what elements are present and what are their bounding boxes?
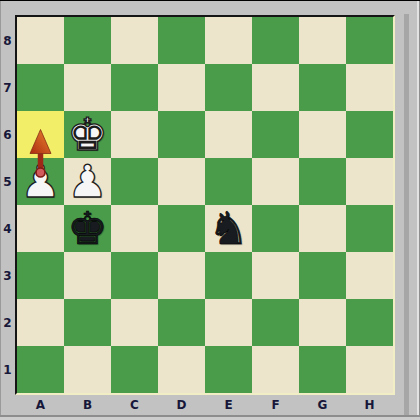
black-king[interactable]: ♚: [67, 205, 107, 252]
square-g4[interactable]: [299, 205, 346, 252]
rank-label-4: 4: [0, 205, 15, 252]
square-b4[interactable]: ♚: [64, 205, 111, 252]
square-d6[interactable]: [158, 111, 205, 158]
square-e4[interactable]: ♞: [205, 205, 252, 252]
chess-diagram: 87654321 ABCDEFGH ♚♟♟♚♞: [0, 0, 420, 420]
square-a1[interactable]: [17, 346, 64, 393]
rank-label-6: 6: [0, 111, 15, 158]
square-f1[interactable]: [252, 346, 299, 393]
file-label-e: E: [205, 395, 252, 415]
square-f6[interactable]: [252, 111, 299, 158]
square-e8[interactable]: [205, 17, 252, 64]
square-d1[interactable]: [158, 346, 205, 393]
square-a2[interactable]: [17, 299, 64, 346]
square-e5[interactable]: [205, 158, 252, 205]
square-h5[interactable]: [346, 158, 393, 205]
frame-edge-top: [0, 0, 420, 1]
file-label-d: D: [158, 395, 205, 415]
file-label-a: A: [17, 395, 64, 415]
file-label-b: B: [64, 395, 111, 415]
board-frame: ♚♟♟♚♞: [15, 15, 395, 395]
square-b3[interactable]: [64, 252, 111, 299]
square-f7[interactable]: [252, 64, 299, 111]
square-h3[interactable]: [346, 252, 393, 299]
rank-label-1: 1: [0, 346, 15, 393]
square-f2[interactable]: [252, 299, 299, 346]
square-d2[interactable]: [158, 299, 205, 346]
square-f4[interactable]: [252, 205, 299, 252]
square-g8[interactable]: [299, 17, 346, 64]
rank-label-5: 5: [0, 158, 15, 205]
square-b5[interactable]: ♟: [64, 158, 111, 205]
square-g3[interactable]: [299, 252, 346, 299]
square-g6[interactable]: [299, 111, 346, 158]
square-c6[interactable]: [111, 111, 158, 158]
square-a4[interactable]: [17, 205, 64, 252]
rank-label-7: 7: [0, 64, 15, 111]
square-d3[interactable]: [158, 252, 205, 299]
square-d7[interactable]: [158, 64, 205, 111]
square-e1[interactable]: [205, 346, 252, 393]
square-f5[interactable]: [252, 158, 299, 205]
square-f3[interactable]: [252, 252, 299, 299]
square-c7[interactable]: [111, 64, 158, 111]
square-a7[interactable]: [17, 64, 64, 111]
square-f8[interactable]: [252, 17, 299, 64]
frame-stripe-right: [404, 14, 409, 416]
square-c2[interactable]: [111, 299, 158, 346]
square-d4[interactable]: [158, 205, 205, 252]
square-g1[interactable]: [299, 346, 346, 393]
square-a8[interactable]: [17, 17, 64, 64]
square-e3[interactable]: [205, 252, 252, 299]
rank-labels: 87654321: [0, 17, 15, 393]
square-b2[interactable]: [64, 299, 111, 346]
file-label-h: H: [346, 395, 393, 415]
square-e6[interactable]: [205, 111, 252, 158]
white-pawn-b5[interactable]: ♟: [67, 158, 107, 205]
square-h2[interactable]: [346, 299, 393, 346]
rank-label-8: 8: [0, 17, 15, 64]
file-label-c: C: [111, 395, 158, 415]
rank-label-2: 2: [0, 299, 15, 346]
file-label-f: F: [252, 395, 299, 415]
square-c3[interactable]: [111, 252, 158, 299]
square-c8[interactable]: [111, 17, 158, 64]
square-h7[interactable]: [346, 64, 393, 111]
square-b7[interactable]: [64, 64, 111, 111]
square-d5[interactable]: [158, 158, 205, 205]
rank-label-3: 3: [0, 252, 15, 299]
square-c1[interactable]: [111, 346, 158, 393]
square-e7[interactable]: [205, 64, 252, 111]
white-king[interactable]: ♚: [67, 111, 107, 158]
square-d8[interactable]: [158, 17, 205, 64]
square-g2[interactable]: [299, 299, 346, 346]
board-squares: ♚♟♟♚♞: [17, 17, 393, 393]
square-h8[interactable]: [346, 17, 393, 64]
square-b8[interactable]: [64, 17, 111, 64]
square-h4[interactable]: [346, 205, 393, 252]
square-g7[interactable]: [299, 64, 346, 111]
file-labels: ABCDEFGH: [17, 395, 393, 415]
square-c4[interactable]: [111, 205, 158, 252]
square-c5[interactable]: [111, 158, 158, 205]
square-h6[interactable]: [346, 111, 393, 158]
square-g5[interactable]: [299, 158, 346, 205]
square-a6[interactable]: [17, 111, 64, 158]
square-b1[interactable]: [64, 346, 111, 393]
black-knight[interactable]: ♞: [208, 205, 248, 252]
white-pawn-a5[interactable]: ♟: [20, 158, 60, 205]
file-label-g: G: [299, 395, 346, 415]
square-a5[interactable]: ♟: [17, 158, 64, 205]
square-h1[interactable]: [346, 346, 393, 393]
square-e2[interactable]: [205, 299, 252, 346]
square-b6[interactable]: ♚: [64, 111, 111, 158]
square-a3[interactable]: [17, 252, 64, 299]
